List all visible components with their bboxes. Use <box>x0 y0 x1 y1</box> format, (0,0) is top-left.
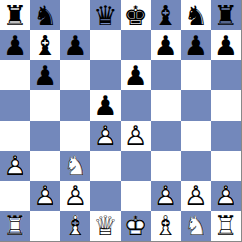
white-piece-outline-glyph: ♘ <box>181 211 211 241</box>
piece-white-pawn[interactable]: ♟♙ <box>181 181 211 211</box>
square-a4[interactable] <box>0 121 30 151</box>
square-c5[interactable] <box>60 90 90 120</box>
piece-white-knight[interactable]: ♞♘ <box>181 211 211 241</box>
square-a7[interactable]: ♟ <box>0 30 30 60</box>
square-c1[interactable]: ♝♗ <box>60 211 90 241</box>
square-f1[interactable]: ♝♗ <box>151 211 181 241</box>
square-b6[interactable]: ♟ <box>30 60 60 90</box>
square-c6[interactable] <box>60 60 90 90</box>
square-d6[interactable] <box>90 60 120 90</box>
square-a3[interactable]: ♟♙ <box>0 151 30 181</box>
square-a2[interactable] <box>0 181 30 211</box>
white-piece-outline-glyph: ♙ <box>211 181 241 211</box>
piece-white-pawn[interactable]: ♟♙ <box>60 181 90 211</box>
square-d3[interactable] <box>90 151 120 181</box>
square-b3[interactable] <box>30 151 60 181</box>
square-h3[interactable] <box>211 151 241 181</box>
piece-white-pawn[interactable]: ♟♙ <box>0 151 30 181</box>
square-f3[interactable] <box>151 151 181 181</box>
white-piece-outline-glyph: ♙ <box>60 181 90 211</box>
square-d8[interactable]: ♛ <box>90 0 120 30</box>
square-e7[interactable] <box>121 30 151 60</box>
square-c8[interactable] <box>60 0 90 30</box>
square-g1[interactable]: ♞♘ <box>181 211 211 241</box>
square-c7[interactable]: ♟ <box>60 30 90 60</box>
square-a1[interactable]: ♜♖ <box>0 211 30 241</box>
piece-black-bishop[interactable]: ♝ <box>30 30 60 60</box>
square-g3[interactable] <box>181 151 211 181</box>
piece-black-queen[interactable]: ♛ <box>90 0 120 30</box>
square-g6[interactable] <box>181 60 211 90</box>
piece-black-pawn[interactable]: ♟ <box>90 90 120 120</box>
square-f8[interactable]: ♝ <box>151 0 181 30</box>
piece-white-pawn[interactable]: ♟♙ <box>151 181 181 211</box>
white-piece-outline-glyph: ♘ <box>60 151 90 181</box>
piece-white-knight[interactable]: ♞♘ <box>60 151 90 181</box>
square-d7[interactable] <box>90 30 120 60</box>
white-piece-outline-glyph: ♙ <box>181 181 211 211</box>
white-piece-outline-glyph: ♕ <box>90 211 120 241</box>
square-e2[interactable] <box>121 181 151 211</box>
piece-black-knight[interactable]: ♞ <box>30 0 60 30</box>
square-b4[interactable] <box>30 121 60 151</box>
piece-white-pawn[interactable]: ♟♙ <box>211 181 241 211</box>
square-a8[interactable]: ♜ <box>0 0 30 30</box>
square-c4[interactable] <box>60 121 90 151</box>
square-e4[interactable]: ♟♙ <box>121 121 151 151</box>
square-d1[interactable]: ♛♕ <box>90 211 120 241</box>
piece-black-rook[interactable]: ♜ <box>0 0 30 30</box>
square-b7[interactable]: ♝ <box>30 30 60 60</box>
square-b8[interactable]: ♞ <box>30 0 60 30</box>
white-piece-outline-glyph: ♖ <box>0 211 30 241</box>
piece-white-queen[interactable]: ♛♕ <box>90 211 120 241</box>
piece-black-pawn[interactable]: ♟ <box>30 60 60 90</box>
square-e3[interactable] <box>121 151 151 181</box>
piece-white-rook[interactable]: ♜♖ <box>0 211 30 241</box>
square-f5[interactable] <box>151 90 181 120</box>
square-a5[interactable] <box>0 90 30 120</box>
square-g2[interactable]: ♟♙ <box>181 181 211 211</box>
square-h7[interactable]: ♟ <box>211 30 241 60</box>
square-d4[interactable]: ♟♙ <box>90 121 120 151</box>
piece-white-pawn[interactable]: ♟♙ <box>90 121 120 151</box>
square-h2[interactable]: ♟♙ <box>211 181 241 211</box>
piece-black-pawn[interactable]: ♟ <box>181 30 211 60</box>
piece-black-pawn[interactable]: ♟ <box>121 60 151 90</box>
square-c2[interactable]: ♟♙ <box>60 181 90 211</box>
piece-white-bishop[interactable]: ♝♗ <box>151 211 181 241</box>
piece-black-knight[interactable]: ♞ <box>181 0 211 30</box>
square-e8[interactable]: ♚ <box>121 0 151 30</box>
square-b2[interactable]: ♟♙ <box>30 181 60 211</box>
white-piece-outline-glyph: ♙ <box>90 121 120 151</box>
square-e5[interactable] <box>121 90 151 120</box>
white-piece-outline-glyph: ♙ <box>30 181 60 211</box>
piece-white-rook[interactable]: ♜♖ <box>211 211 241 241</box>
piece-white-bishop[interactable]: ♝♗ <box>60 211 90 241</box>
square-g7[interactable]: ♟ <box>181 30 211 60</box>
square-d2[interactable] <box>90 181 120 211</box>
square-h1[interactable]: ♜♖ <box>211 211 241 241</box>
white-piece-outline-glyph: ♙ <box>121 121 151 151</box>
square-b5[interactable] <box>30 90 60 120</box>
piece-black-bishop[interactable]: ♝ <box>151 0 181 30</box>
square-h8[interactable]: ♜ <box>211 0 241 30</box>
piece-white-pawn[interactable]: ♟♙ <box>121 121 151 151</box>
square-f6[interactable] <box>151 60 181 90</box>
square-c3[interactable]: ♞♘ <box>60 151 90 181</box>
white-piece-outline-glyph: ♗ <box>60 211 90 241</box>
piece-black-king[interactable]: ♚ <box>121 0 151 30</box>
square-f2[interactable]: ♟♙ <box>151 181 181 211</box>
square-e1[interactable]: ♚♔ <box>121 211 151 241</box>
white-piece-outline-glyph: ♙ <box>151 181 181 211</box>
square-b1[interactable] <box>30 211 60 241</box>
white-piece-outline-glyph: ♔ <box>121 211 151 241</box>
square-h6[interactable] <box>211 60 241 90</box>
chess-board: ♜♞♛♚♝♞♜♟♝♟♟♟♟♟♟♟♟♙♟♙♟♙♞♘♟♙♟♙♟♙♟♙♟♙♜♖♝♗♛♕… <box>0 0 242 242</box>
square-d5[interactable]: ♟ <box>90 90 120 120</box>
piece-black-pawn[interactable]: ♟ <box>60 30 90 60</box>
piece-black-rook[interactable]: ♜ <box>211 0 241 30</box>
square-f4[interactable] <box>151 121 181 151</box>
square-g5[interactable] <box>181 90 211 120</box>
square-a6[interactable] <box>0 60 30 90</box>
piece-black-pawn[interactable]: ♟ <box>211 30 241 60</box>
white-piece-outline-glyph: ♗ <box>151 211 181 241</box>
piece-black-pawn[interactable]: ♟ <box>151 30 181 60</box>
piece-white-pawn[interactable]: ♟♙ <box>30 181 60 211</box>
white-piece-outline-glyph: ♖ <box>211 211 241 241</box>
piece-black-pawn[interactable]: ♟ <box>0 30 30 60</box>
piece-white-king[interactable]: ♚♔ <box>121 211 151 241</box>
white-piece-outline-glyph: ♙ <box>0 151 30 181</box>
square-g8[interactable]: ♞ <box>181 0 211 30</box>
square-h5[interactable] <box>211 90 241 120</box>
square-h4[interactable] <box>211 121 241 151</box>
square-f7[interactable]: ♟ <box>151 30 181 60</box>
square-e6[interactable]: ♟ <box>121 60 151 90</box>
square-g4[interactable] <box>181 121 211 151</box>
